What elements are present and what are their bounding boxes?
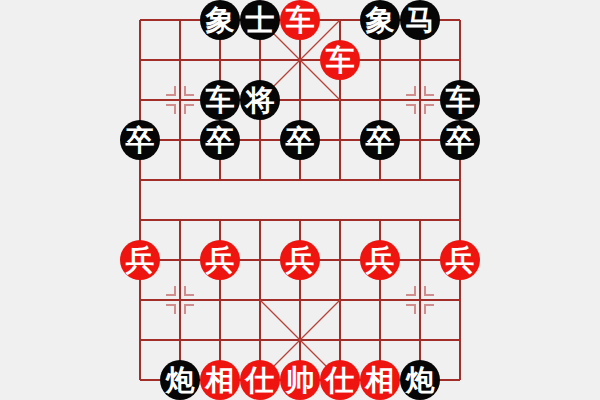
black-general-d2[interactable]: 将 [240,80,280,120]
red-elephant-c9[interactable]: 相 [200,360,240,400]
black-horse-h0[interactable]: 马 [400,0,440,40]
red-soldier-g6[interactable]: 兵 [360,240,400,280]
red-advisor-f9[interactable]: 仕 [320,360,360,400]
black-cannon-b9[interactable]: 炮 [160,360,200,400]
red-general-e9[interactable]: 帅 [280,360,320,400]
black-soldier-e3[interactable]: 卒 [280,120,320,160]
black-soldier-i3[interactable]: 卒 [440,120,480,160]
red-soldier-c6[interactable]: 兵 [200,240,240,280]
red-soldier-e6[interactable]: 兵 [280,240,320,280]
black-chariot-c2[interactable]: 车 [200,80,240,120]
red-elephant-g9[interactable]: 相 [360,360,400,400]
black-soldier-c3[interactable]: 卒 [200,120,240,160]
black-soldier-a3[interactable]: 卒 [120,120,160,160]
black-advisor-d0[interactable]: 士 [240,0,280,40]
xiangqi-board: 象士车象马车车将车卒卒卒卒卒兵兵兵兵兵炮相仕帅仕相炮 [0,0,600,400]
black-elephant-c0[interactable]: 象 [200,0,240,40]
red-chariot-e0[interactable]: 车 [280,0,320,40]
red-advisor-d9[interactable]: 仕 [240,360,280,400]
pieces-layer: 象士车象马车车将车卒卒卒卒卒兵兵兵兵兵炮相仕帅仕相炮 [120,0,480,400]
black-soldier-g3[interactable]: 卒 [360,120,400,160]
red-soldier-i6[interactable]: 兵 [440,240,480,280]
red-soldier-a6[interactable]: 兵 [120,240,160,280]
black-cannon-h9[interactable]: 炮 [400,360,440,400]
black-elephant-g0[interactable]: 象 [360,0,400,40]
red-chariot-f1[interactable]: 车 [320,40,360,80]
black-chariot-i2[interactable]: 车 [440,80,480,120]
